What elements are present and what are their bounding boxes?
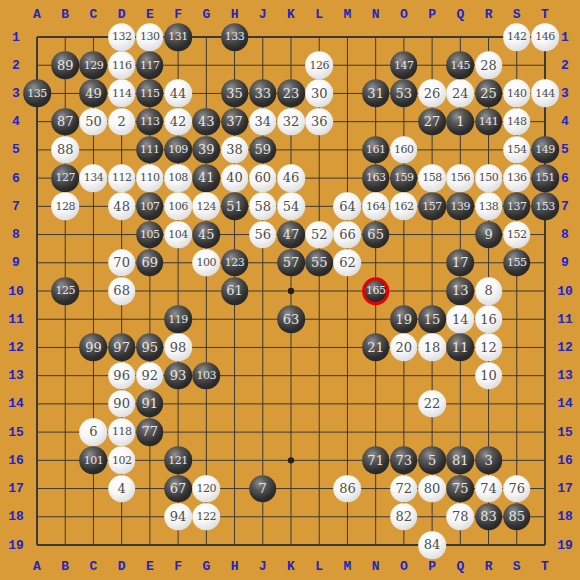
stone-F16-move-121[interactable]: 121	[164, 447, 192, 475]
stone-L3-move-30[interactable]: 30	[305, 80, 333, 108]
stone-D12-move-97[interactable]: 97	[108, 334, 136, 362]
stone-move-number: 94	[170, 510, 187, 523]
star-point-K10	[288, 288, 294, 294]
stone-E13-move-92[interactable]: 92	[136, 362, 164, 390]
stone-Q17-move-75[interactable]: 75	[447, 475, 475, 503]
stone-H10-move-61[interactable]: 61	[221, 277, 249, 305]
coordinate-label-left-11: 11	[6, 311, 26, 327]
stone-E1-move-130[interactable]: 130	[136, 23, 164, 51]
stone-D2-move-116[interactable]: 116	[108, 51, 136, 79]
stone-move-number: 38	[226, 143, 243, 156]
stone-move-number: 12	[480, 341, 497, 354]
coordinate-label-bottom-E: E	[140, 558, 160, 574]
coordinate-label-bottom-L: L	[309, 558, 329, 574]
stone-P19-move-84[interactable]: 84	[418, 531, 446, 559]
stone-move-number: 86	[339, 482, 356, 495]
coordinate-label-top-F: F	[168, 6, 188, 22]
stone-C3-move-49[interactable]: 49	[80, 80, 108, 108]
stone-move-number: 156	[451, 173, 471, 184]
stone-P12-move-18[interactable]: 18	[418, 334, 446, 362]
stone-S6-move-136[interactable]: 136	[503, 164, 531, 192]
stone-move-number: 108	[168, 173, 188, 184]
coordinate-label-right-11: 11	[555, 311, 575, 327]
stone-N5-move-161[interactable]: 161	[362, 136, 390, 164]
stone-move-number: 102	[112, 455, 132, 466]
stone-P14-move-22[interactable]: 22	[418, 390, 446, 418]
stone-move-number: 138	[479, 201, 499, 212]
stone-H7-move-51[interactable]: 51	[221, 193, 249, 221]
stone-move-number: 90	[113, 397, 130, 410]
stone-move-number: 155	[507, 257, 527, 268]
stone-Q4-move-1[interactable]: 1	[447, 108, 475, 136]
stone-Q10-move-13[interactable]: 13	[447, 277, 475, 305]
stone-R10-move-8[interactable]: 8	[475, 277, 503, 305]
coordinate-label-top-L: L	[309, 6, 329, 22]
stone-move-number: 161	[366, 144, 386, 155]
stone-R7-move-138[interactable]: 138	[475, 193, 503, 221]
stone-C2-move-129[interactable]: 129	[80, 51, 108, 79]
coordinate-label-bottom-H: H	[225, 558, 245, 574]
stone-move-number: 151	[535, 173, 555, 184]
stone-move-number: 73	[396, 454, 413, 467]
stone-A3-move-135[interactable]: 135	[23, 80, 51, 108]
stone-D6-move-112[interactable]: 112	[108, 164, 136, 192]
stone-J3-move-33[interactable]: 33	[249, 80, 277, 108]
stone-move-number: 23	[283, 87, 300, 100]
stone-B5-move-88[interactable]: 88	[51, 136, 79, 164]
coordinate-label-left-13: 13	[6, 368, 26, 384]
stone-R17-move-74[interactable]: 74	[475, 475, 503, 503]
stone-S18-move-85[interactable]: 85	[503, 503, 531, 531]
coordinate-label-top-J: J	[253, 6, 273, 22]
stone-P11-move-15[interactable]: 15	[418, 305, 446, 333]
stone-G9-move-100[interactable]: 100	[193, 249, 221, 277]
stone-move-number: 129	[84, 60, 104, 71]
coordinate-label-left-7: 7	[6, 198, 26, 214]
stone-H5-move-38[interactable]: 38	[221, 136, 249, 164]
stone-B6-move-127[interactable]: 127	[51, 164, 79, 192]
stone-L8-move-52[interactable]: 52	[305, 221, 333, 249]
stone-E12-move-95[interactable]: 95	[136, 334, 164, 362]
stone-move-number: 158	[422, 173, 442, 184]
stone-K3-move-23[interactable]: 23	[277, 80, 305, 108]
stone-O11-move-19[interactable]: 19	[390, 305, 418, 333]
stone-F18-move-94[interactable]: 94	[164, 503, 192, 531]
stone-Q16-move-81[interactable]: 81	[447, 447, 475, 475]
stone-N7-move-164[interactable]: 164	[362, 193, 390, 221]
stone-G18-move-122[interactable]: 122	[193, 503, 221, 531]
stone-S9-move-155[interactable]: 155	[503, 249, 531, 277]
stone-R13-move-10[interactable]: 10	[475, 362, 503, 390]
stone-B10-move-125[interactable]: 125	[51, 277, 79, 305]
stone-move-number: 54	[283, 200, 300, 213]
stone-Q18-move-78[interactable]: 78	[447, 503, 475, 531]
coordinate-label-right-14: 14	[555, 396, 575, 412]
stone-move-number: 15	[424, 313, 441, 326]
stone-move-number: 72	[396, 482, 413, 495]
coordinate-label-bottom-F: F	[168, 558, 188, 574]
coordinate-label-top-A: A	[27, 6, 47, 22]
stone-move-number: 8	[484, 284, 492, 297]
stone-F12-move-98[interactable]: 98	[164, 334, 192, 362]
stone-L2-move-126[interactable]: 126	[305, 51, 333, 79]
stone-F8-move-104[interactable]: 104	[164, 221, 192, 249]
stone-move-number: 65	[367, 228, 384, 241]
stone-G6-move-41[interactable]: 41	[193, 164, 221, 192]
stone-O7-move-162[interactable]: 162	[390, 193, 418, 221]
stone-B7-move-128[interactable]: 128	[51, 193, 79, 221]
coordinate-label-right-4: 4	[555, 114, 575, 130]
stone-move-number: 165	[366, 285, 386, 296]
stone-D16-move-102[interactable]: 102	[108, 447, 136, 475]
coordinate-label-bottom-G: G	[196, 558, 216, 574]
stone-K9-move-57[interactable]: 57	[277, 249, 305, 277]
coordinate-label-right-8: 8	[555, 227, 575, 243]
stone-N16-move-71[interactable]: 71	[362, 447, 390, 475]
stone-move-number: 106	[168, 201, 188, 212]
stone-P16-move-5[interactable]: 5	[418, 447, 446, 475]
stone-move-number: 89	[57, 59, 74, 72]
coordinate-label-left-9: 9	[6, 255, 26, 271]
stone-move-number: 142	[507, 31, 527, 42]
stone-move-number: 145	[451, 60, 471, 71]
stone-move-number: 148	[507, 116, 527, 127]
coordinate-label-right-12: 12	[555, 339, 575, 355]
stone-move-number: 116	[112, 60, 132, 71]
stone-N8-move-65[interactable]: 65	[362, 221, 390, 249]
stone-move-number: 67	[170, 482, 187, 495]
stone-move-number: 68	[113, 284, 130, 297]
stone-D15-move-118[interactable]: 118	[108, 418, 136, 446]
stone-O12-move-20[interactable]: 20	[390, 334, 418, 362]
coordinate-label-top-N: N	[366, 6, 386, 22]
stone-move-number: 87	[57, 115, 74, 128]
stone-D14-move-90[interactable]: 90	[108, 390, 136, 418]
coordinate-label-left-16: 16	[6, 452, 26, 468]
stone-D3-move-114[interactable]: 114	[108, 80, 136, 108]
stone-S17-move-76[interactable]: 76	[503, 475, 531, 503]
stone-C12-move-99[interactable]: 99	[80, 334, 108, 362]
stone-C16-move-101[interactable]: 101	[80, 447, 108, 475]
stone-move-number: 132	[112, 31, 132, 42]
stone-move-number: 98	[170, 341, 187, 354]
stone-move-number: 136	[507, 173, 527, 184]
coordinate-label-right-15: 15	[555, 424, 575, 440]
stone-R12-move-12[interactable]: 12	[475, 334, 503, 362]
stone-move-number: 69	[142, 256, 159, 269]
stone-F7-move-106[interactable]: 106	[164, 193, 192, 221]
stone-T7-move-153[interactable]: 153	[531, 193, 559, 221]
stone-F17-move-67[interactable]: 67	[164, 475, 192, 503]
stone-G4-move-43[interactable]: 43	[193, 108, 221, 136]
coordinate-label-left-12: 12	[6, 339, 26, 355]
stone-move-number: 51	[226, 200, 243, 213]
stone-move-number: 76	[508, 482, 525, 495]
stone-move-number: 27	[424, 115, 441, 128]
stone-G5-move-39[interactable]: 39	[193, 136, 221, 164]
stone-M17-move-86[interactable]: 86	[334, 475, 362, 503]
stone-O5-move-160[interactable]: 160	[390, 136, 418, 164]
stone-T3-move-144[interactable]: 144	[531, 80, 559, 108]
stone-L9-move-55[interactable]: 55	[305, 249, 333, 277]
stone-S4-move-148[interactable]: 148	[503, 108, 531, 136]
stone-move-number: 119	[168, 314, 188, 325]
stone-D10-move-68[interactable]: 68	[108, 277, 136, 305]
stone-move-number: 25	[480, 87, 497, 100]
coordinate-label-left-19: 19	[6, 537, 26, 553]
stone-J7-move-58[interactable]: 58	[249, 193, 277, 221]
stone-D4-move-2[interactable]: 2	[108, 108, 136, 136]
stone-J6-move-60[interactable]: 60	[249, 164, 277, 192]
stone-E15-move-77[interactable]: 77	[136, 418, 164, 446]
stone-J8-move-56[interactable]: 56	[249, 221, 277, 249]
stone-K8-move-47[interactable]: 47	[277, 221, 305, 249]
stone-M8-move-66[interactable]: 66	[334, 221, 362, 249]
stone-move-number: 11	[452, 341, 469, 354]
stone-O18-move-82[interactable]: 82	[390, 503, 418, 531]
stone-G8-move-45[interactable]: 45	[193, 221, 221, 249]
stone-move-number: 115	[140, 88, 160, 99]
stone-R18-move-83[interactable]: 83	[475, 503, 503, 531]
stone-move-number: 53	[396, 87, 413, 100]
stone-C6-move-134[interactable]: 134	[80, 164, 108, 192]
stone-T5-move-149[interactable]: 149	[531, 136, 559, 164]
stone-O17-move-72[interactable]: 72	[390, 475, 418, 503]
stone-move-number: 57	[283, 256, 300, 269]
stone-Q3-move-24[interactable]: 24	[447, 80, 475, 108]
stone-H3-move-35[interactable]: 35	[221, 80, 249, 108]
stone-move-number: 88	[57, 143, 74, 156]
stone-G17-move-120[interactable]: 120	[193, 475, 221, 503]
stone-E3-move-115[interactable]: 115	[136, 80, 164, 108]
stone-H9-move-123[interactable]: 123	[221, 249, 249, 277]
stone-move-number: 97	[113, 341, 130, 354]
stone-C15-move-6[interactable]: 6	[80, 418, 108, 446]
stone-move-number: 17	[452, 256, 469, 269]
stone-F3-move-44[interactable]: 44	[164, 80, 192, 108]
coordinate-label-top-B: B	[55, 6, 75, 22]
stone-E4-move-113[interactable]: 113	[136, 108, 164, 136]
stone-G13-move-103[interactable]: 103	[193, 362, 221, 390]
stone-move-number: 100	[197, 257, 217, 268]
stone-Q12-move-11[interactable]: 11	[447, 334, 475, 362]
stone-move-number: 39	[198, 143, 215, 156]
stone-move-number: 40	[226, 172, 243, 185]
stone-K6-move-46[interactable]: 46	[277, 164, 305, 192]
stone-K7-move-54[interactable]: 54	[277, 193, 305, 221]
stone-L4-move-36[interactable]: 36	[305, 108, 333, 136]
stone-move-number: 59	[254, 143, 271, 156]
coordinate-label-top-O: O	[394, 6, 414, 22]
coordinate-label-bottom-J: J	[253, 558, 273, 574]
coordinate-label-bottom-M: M	[337, 558, 357, 574]
stone-move-number: 130	[140, 31, 160, 42]
stone-move-number: 120	[197, 483, 217, 494]
coordinate-label-bottom-T: T	[535, 558, 555, 574]
stone-Q9-move-17[interactable]: 17	[447, 249, 475, 277]
stone-H4-move-37[interactable]: 37	[221, 108, 249, 136]
stone-move-number: 33	[254, 87, 271, 100]
stone-move-number: 126	[309, 60, 329, 71]
stone-S5-move-154[interactable]: 154	[503, 136, 531, 164]
stone-N3-move-31[interactable]: 31	[362, 80, 390, 108]
stone-T6-move-151[interactable]: 151	[531, 164, 559, 192]
stone-move-number: 74	[480, 482, 497, 495]
stone-R16-move-3[interactable]: 3	[475, 447, 503, 475]
coordinate-label-top-E: E	[140, 6, 160, 22]
coordinate-label-right-13: 13	[555, 368, 575, 384]
stone-N12-move-21[interactable]: 21	[362, 334, 390, 362]
stone-K4-move-32[interactable]: 32	[277, 108, 305, 136]
stone-R8-move-9[interactable]: 9	[475, 221, 503, 249]
stone-move-number: 52	[311, 228, 328, 241]
stone-move-number: 162	[394, 201, 414, 212]
stone-move-number: 22	[424, 397, 441, 410]
stone-move-number: 112	[112, 173, 132, 184]
stone-S7-move-137[interactable]: 137	[503, 193, 531, 221]
stone-P4-move-27[interactable]: 27	[418, 108, 446, 136]
stone-F13-move-93[interactable]: 93	[164, 362, 192, 390]
stone-R2-move-28[interactable]: 28	[475, 51, 503, 79]
coordinate-label-top-G: G	[196, 6, 216, 22]
coordinate-label-right-2: 2	[555, 57, 575, 73]
stone-S3-move-140[interactable]: 140	[503, 80, 531, 108]
stone-move-number: 66	[339, 228, 356, 241]
stone-move-number: 141	[479, 116, 499, 127]
stone-S1-move-142[interactable]: 142	[503, 23, 531, 51]
stone-move-number: 80	[424, 482, 441, 495]
coordinate-label-bottom-K: K	[281, 558, 301, 574]
stone-T1-move-146[interactable]: 146	[531, 23, 559, 51]
stone-D13-move-96[interactable]: 96	[108, 362, 136, 390]
stone-move-number: 121	[168, 455, 188, 466]
stone-move-number: 134	[84, 173, 104, 184]
stone-move-number: 62	[339, 256, 356, 269]
coordinate-label-left-18: 18	[6, 509, 26, 525]
stone-move-number: 81	[452, 454, 469, 467]
stone-P7-move-157[interactable]: 157	[418, 193, 446, 221]
coordinate-label-left-17: 17	[6, 481, 26, 497]
stone-M7-move-64[interactable]: 64	[334, 193, 362, 221]
stone-F1-move-131[interactable]: 131	[164, 23, 192, 51]
stone-move-number: 3	[484, 454, 492, 467]
stone-move-number: 2	[118, 115, 126, 128]
stone-F5-move-109[interactable]: 109	[164, 136, 192, 164]
stone-move-number: 160	[394, 144, 414, 155]
stone-move-number: 122	[197, 511, 217, 522]
stone-E7-move-107[interactable]: 107	[136, 193, 164, 221]
stone-D17-move-4[interactable]: 4	[108, 475, 136, 503]
stone-move-number: 50	[85, 115, 102, 128]
coordinate-label-top-T: T	[535, 6, 555, 22]
stone-O6-move-159[interactable]: 159	[390, 164, 418, 192]
stone-R4-move-141[interactable]: 141	[475, 108, 503, 136]
stone-Q11-move-14[interactable]: 14	[447, 305, 475, 333]
stone-move-number: 28	[480, 59, 497, 72]
stone-J17-move-7[interactable]: 7	[249, 475, 277, 503]
stone-E14-move-91[interactable]: 91	[136, 390, 164, 418]
stone-move-number: 9	[484, 228, 492, 241]
stone-move-number: 78	[452, 510, 469, 523]
stone-S8-move-152[interactable]: 152	[503, 221, 531, 249]
stone-move-number: 93	[170, 369, 187, 382]
stone-P17-move-80[interactable]: 80	[418, 475, 446, 503]
stone-J5-move-59[interactable]: 59	[249, 136, 277, 164]
stone-move-number: 85	[508, 510, 525, 523]
stone-move-number: 5	[428, 454, 436, 467]
stone-move-number: 153	[535, 201, 555, 212]
coordinate-label-left-15: 15	[6, 424, 26, 440]
stone-C4-move-50[interactable]: 50	[80, 108, 108, 136]
stone-move-number: 18	[424, 341, 441, 354]
stone-O2-move-147[interactable]: 147	[390, 51, 418, 79]
stone-move-number: 163	[366, 173, 386, 184]
stone-H1-move-133[interactable]: 133	[221, 23, 249, 51]
stone-F11-move-119[interactable]: 119	[164, 305, 192, 333]
stone-Q6-move-156[interactable]: 156	[447, 164, 475, 192]
stone-G7-move-124[interactable]: 124	[193, 193, 221, 221]
stone-H6-move-40[interactable]: 40	[221, 164, 249, 192]
stone-move-number: 34	[254, 115, 271, 128]
stone-move-number: 7	[259, 482, 267, 495]
stone-E5-move-111[interactable]: 111	[136, 136, 164, 164]
coordinate-label-top-S: S	[507, 6, 527, 22]
stone-E2-move-117[interactable]: 117	[136, 51, 164, 79]
stone-D9-move-70[interactable]: 70	[108, 249, 136, 277]
stone-Q2-move-145[interactable]: 145	[447, 51, 475, 79]
stone-K11-move-63[interactable]: 63	[277, 305, 305, 333]
stone-move-number: 44	[170, 87, 187, 100]
stone-J4-move-34[interactable]: 34	[249, 108, 277, 136]
stone-E6-move-110[interactable]: 110	[136, 164, 164, 192]
stone-move-number: 152	[507, 229, 527, 240]
stone-move-number: 1	[456, 115, 464, 128]
stone-move-number: 58	[254, 200, 271, 213]
stone-move-number: 137	[507, 201, 527, 212]
stone-move-number: 125	[55, 285, 74, 296]
coordinate-label-bottom-D: D	[112, 558, 132, 574]
coordinate-label-left-4: 4	[6, 114, 26, 130]
stone-B4-move-87[interactable]: 87	[51, 108, 79, 136]
stone-F6-move-108[interactable]: 108	[164, 164, 192, 192]
stone-N10-move-165-last-move[interactable]: 165	[362, 277, 390, 305]
stone-B2-move-89[interactable]: 89	[51, 51, 79, 79]
stone-D7-move-48[interactable]: 48	[108, 193, 136, 221]
coordinate-label-top-R: R	[479, 6, 499, 22]
stone-M9-move-62[interactable]: 62	[334, 249, 362, 277]
stone-P3-move-26[interactable]: 26	[418, 80, 446, 108]
stone-O16-move-73[interactable]: 73	[390, 447, 418, 475]
stone-N6-move-163[interactable]: 163	[362, 164, 390, 192]
stone-F4-move-42[interactable]: 42	[164, 108, 192, 136]
stone-Q7-move-139[interactable]: 139	[447, 193, 475, 221]
stone-move-number: 56	[254, 228, 271, 241]
stone-E8-move-105[interactable]: 105	[136, 221, 164, 249]
stone-E9-move-69[interactable]: 69	[136, 249, 164, 277]
stone-move-number: 127	[55, 173, 74, 184]
stone-R11-move-16[interactable]: 16	[475, 305, 503, 333]
stone-move-number: 91	[142, 397, 159, 410]
stone-R3-move-25[interactable]: 25	[475, 80, 503, 108]
stone-move-number: 133	[225, 31, 245, 42]
stone-move-number: 60	[254, 172, 271, 185]
stone-R6-move-150[interactable]: 150	[475, 164, 503, 192]
stone-move-number: 117	[140, 60, 160, 71]
stone-P6-move-158[interactable]: 158	[418, 164, 446, 192]
stone-D1-move-132[interactable]: 132	[108, 23, 136, 51]
stone-O3-move-53[interactable]: 53	[390, 80, 418, 108]
coordinate-label-left-2: 2	[6, 57, 26, 73]
